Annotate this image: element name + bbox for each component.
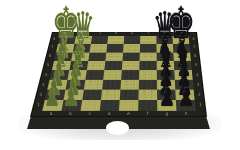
square-d6[interactable] xyxy=(105,53,123,62)
square-f1[interactable] xyxy=(138,100,157,111)
square-e3[interactable] xyxy=(120,80,139,90)
piece-green-pawn[interactable]: ♟ xyxy=(44,86,61,111)
square-f6[interactable] xyxy=(140,53,157,62)
rank-label-left: 2 xyxy=(40,93,43,97)
square-f2[interactable] xyxy=(138,90,157,100)
square-d7[interactable] xyxy=(106,44,123,52)
square-e6[interactable] xyxy=(122,53,139,62)
square-c6[interactable] xyxy=(88,53,106,62)
file-label-far: c xyxy=(99,33,101,36)
piece-green-pawn[interactable]: ♟ xyxy=(63,86,80,111)
square-d2[interactable] xyxy=(101,90,120,100)
rank-label-right: 1 xyxy=(199,103,202,107)
rank-label-right: 5 xyxy=(195,64,197,68)
square-e2[interactable] xyxy=(120,90,139,100)
square-c2[interactable] xyxy=(82,90,102,100)
square-e1[interactable] xyxy=(119,100,138,111)
square-d5[interactable] xyxy=(104,61,122,70)
file-label-near: h xyxy=(185,112,188,116)
square-e5[interactable] xyxy=(122,61,140,70)
file-label-near: e xyxy=(127,112,130,116)
rank-label-right: 4 xyxy=(196,73,199,77)
square-c5[interactable] xyxy=(87,61,106,70)
square-d1[interactable] xyxy=(100,100,120,111)
file-label-far: d xyxy=(115,33,117,36)
square-f3[interactable] xyxy=(139,80,157,90)
file-label-near: c xyxy=(89,112,91,116)
square-e4[interactable] xyxy=(121,70,139,79)
file-label-near: b xyxy=(69,112,72,116)
square-d3[interactable] xyxy=(102,80,121,90)
rank-label-left: 1 xyxy=(37,103,40,107)
board-front-notch xyxy=(106,121,129,135)
rank-label-right: 3 xyxy=(197,83,200,87)
square-d8[interactable] xyxy=(107,36,124,44)
file-label-far: e xyxy=(131,33,133,36)
rank-label-right: 2 xyxy=(198,93,201,97)
chess-set-photo: aabbccddeeffgghh8877665544332211♚♛♛♚♝♝♝♝… xyxy=(0,0,240,150)
square-d4[interactable] xyxy=(103,70,122,79)
square-e8[interactable] xyxy=(124,36,141,44)
square-c3[interactable] xyxy=(84,80,103,90)
rank-label-right: 6 xyxy=(194,55,196,59)
square-f5[interactable] xyxy=(139,61,156,70)
piece-black-pawn[interactable]: ♟ xyxy=(178,86,195,111)
file-label-near: d xyxy=(108,112,111,116)
square-e7[interactable] xyxy=(123,44,140,52)
file-label-far: f xyxy=(148,33,149,36)
square-c4[interactable] xyxy=(85,70,104,79)
square-f4[interactable] xyxy=(139,70,157,79)
file-label-near: f xyxy=(147,112,149,116)
piece-black-pawn[interactable]: ♟ xyxy=(159,86,176,111)
square-c1[interactable] xyxy=(81,100,101,111)
file-label-near: a xyxy=(50,112,53,116)
file-label-near: g xyxy=(166,112,169,116)
